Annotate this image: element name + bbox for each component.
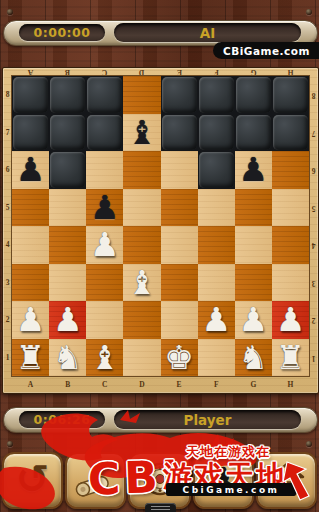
undo-arrow-icon: ↺ — [16, 456, 50, 502]
square-f6[interactable] — [198, 151, 235, 189]
file-labels-top: ABCDEFGH — [12, 68, 309, 76]
square-d2[interactable] — [123, 301, 160, 339]
square-e2[interactable] — [161, 301, 198, 339]
file-label-bottom-f: F — [198, 376, 235, 392]
rank-label-right-1: 1 — [309, 339, 318, 377]
white-rook-h1[interactable]: ♜ — [276, 341, 306, 374]
home-button[interactable] — [256, 452, 317, 509]
player-timer: 0:06:26 — [19, 411, 105, 428]
opponent-timer: 0:00:00 — [19, 24, 105, 41]
square-c2[interactable] — [86, 301, 123, 339]
moves-scroll-button[interactable] — [65, 452, 126, 509]
file-labels-bottom: ABCDEFGH — [12, 376, 309, 392]
square-b4[interactable] — [49, 226, 86, 264]
square-a8[interactable] — [12, 76, 49, 114]
square-d1[interactable] — [123, 339, 160, 377]
square-f4[interactable] — [198, 226, 235, 264]
square-e1[interactable]: ♚ — [161, 339, 198, 377]
cbigame-badge-text: CBiGame.com — [223, 45, 310, 57]
player-clock-bar: 0:06:26 Player — [3, 407, 318, 433]
square-e7[interactable] — [161, 114, 198, 152]
white-bishop-d3[interactable]: ♝ — [127, 266, 157, 299]
square-h3[interactable] — [272, 264, 309, 302]
square-c4[interactable]: ♟ — [86, 226, 123, 264]
home-icon — [268, 462, 306, 500]
square-b5[interactable] — [49, 189, 86, 227]
menu-handle[interactable] — [145, 503, 176, 512]
square-d4[interactable] — [123, 226, 160, 264]
white-pawn-b2[interactable]: ♟ — [53, 303, 83, 336]
square-h8[interactable] — [272, 76, 309, 114]
square-d5[interactable] — [123, 189, 160, 227]
opponent-timer-value: 0:00:00 — [34, 25, 91, 40]
square-b8[interactable] — [49, 76, 86, 114]
white-pawn-h2[interactable]: ♟ — [276, 303, 306, 336]
square-e4[interactable] — [161, 226, 198, 264]
board-grid: ♝♟♟♟♟♝♟♟♟♟♟♜♞♝♚♞♜ — [12, 76, 309, 376]
white-king-e1[interactable]: ♚ — [164, 341, 194, 374]
square-h6[interactable] — [272, 151, 309, 189]
square-g6[interactable]: ♟ — [235, 151, 272, 189]
square-h4[interactable] — [272, 226, 309, 264]
square-e6[interactable] — [161, 151, 198, 189]
square-b3[interactable] — [49, 264, 86, 302]
square-g4[interactable] — [235, 226, 272, 264]
file-label-bottom-a: A — [12, 376, 49, 392]
square-f5[interactable] — [198, 189, 235, 227]
square-e5[interactable] — [161, 189, 198, 227]
rank-labels-right: 87654321 — [309, 76, 318, 376]
screw-icon — [306, 441, 312, 447]
rank-label-right-4: 4 — [309, 226, 318, 264]
rank-label-left-3: 3 — [3, 264, 12, 302]
rank-label-left-8: 8 — [3, 76, 12, 114]
rank-label-left-6: 6 — [3, 151, 12, 189]
roulette-wheel-icon — [142, 461, 178, 501]
rank-label-right-3: 3 — [309, 264, 318, 302]
file-label-bottom-c: C — [86, 376, 123, 392]
square-h7[interactable] — [272, 114, 309, 152]
square-e8[interactable] — [161, 76, 198, 114]
white-knight-g1[interactable]: ♞ — [239, 341, 269, 374]
rank-label-right-8: 8 — [309, 76, 318, 114]
black-bishop-d7[interactable]: ♝ — [127, 116, 157, 149]
scroll-icon — [67, 467, 116, 509]
file-label-bottom-h: H — [272, 376, 309, 392]
file-label-bottom-e: E — [161, 376, 198, 392]
square-c8[interactable] — [86, 76, 123, 114]
rank-labels-left: 87654321 — [3, 76, 12, 376]
square-d8[interactable] — [123, 76, 160, 114]
player-name-display: Player — [114, 410, 301, 429]
white-pawn-a2[interactable]: ♟ — [16, 303, 46, 336]
square-a7[interactable] — [12, 114, 49, 152]
screw-icon — [7, 441, 13, 447]
player-name: Player — [184, 412, 232, 428]
rank-label-right-6: 6 — [309, 151, 318, 189]
cbigame-watermark-badge: CBiGame.com — [213, 42, 319, 59]
white-pawn-f2[interactable]: ♟ — [201, 303, 231, 336]
rank-label-left-1: 1 — [3, 339, 12, 377]
rank-label-left-2: 2 — [3, 301, 12, 339]
square-c1[interactable]: ♝ — [86, 339, 123, 377]
square-d6[interactable] — [123, 151, 160, 189]
square-f1[interactable] — [198, 339, 235, 377]
square-g3[interactable] — [235, 264, 272, 302]
square-b1[interactable]: ♞ — [49, 339, 86, 377]
square-f7[interactable] — [198, 114, 235, 152]
square-h2[interactable]: ♟ — [272, 301, 309, 339]
rank-label-left-4: 4 — [3, 226, 12, 264]
square-h1[interactable]: ♜ — [272, 339, 309, 377]
square-c6[interactable] — [86, 151, 123, 189]
rank-label-right-7: 7 — [309, 114, 318, 152]
square-h5[interactable] — [272, 189, 309, 227]
file-label-bottom-b: B — [49, 376, 86, 392]
square-f3[interactable] — [198, 264, 235, 302]
square-d7[interactable]: ♝ — [123, 114, 160, 152]
white-rook-a1[interactable]: ♜ — [16, 341, 46, 374]
white-knight-b1[interactable]: ♞ — [53, 341, 83, 374]
undo-button[interactable]: ↺ — [2, 452, 63, 509]
square-b2[interactable]: ♟ — [49, 301, 86, 339]
pieces-button[interactable]: ♟ — [193, 452, 254, 509]
game-wheel-button[interactable] — [128, 452, 191, 509]
square-d3[interactable]: ♝ — [123, 264, 160, 302]
screw-icon — [306, 9, 312, 15]
chess-app-screen: 0:00:00 AI CBiGame.com ABCDEFGH 87654321… — [0, 0, 319, 512]
white-pawn-c4[interactable]: ♟ — [90, 228, 120, 261]
square-g5[interactable] — [235, 189, 272, 227]
square-a3[interactable] — [12, 264, 49, 302]
file-label-bottom-d: D — [123, 376, 160, 392]
square-g1[interactable]: ♞ — [235, 339, 272, 377]
chess-board: ABCDEFGH 87654321 87654321 ♝♟♟♟♟♝♟♟♟♟♟♜♞… — [2, 67, 319, 394]
player-timer-value: 0:06:26 — [34, 412, 91, 427]
rank-label-right-5: 5 — [309, 189, 318, 227]
square-f8[interactable] — [198, 76, 235, 114]
square-g2[interactable]: ♟ — [235, 301, 272, 339]
square-e3[interactable] — [161, 264, 198, 302]
opponent-name-display: AI — [114, 23, 301, 42]
black-pawn-icon: ♟ — [207, 460, 239, 501]
square-a1[interactable]: ♜ — [12, 339, 49, 377]
square-g8[interactable] — [235, 76, 272, 114]
square-b6[interactable] — [49, 151, 86, 189]
opponent-name: AI — [200, 25, 215, 41]
square-c3[interactable] — [86, 264, 123, 302]
rank-label-right-2: 2 — [309, 301, 318, 339]
square-c5[interactable]: ♟ — [86, 189, 123, 227]
square-a6[interactable]: ♟ — [12, 151, 49, 189]
black-pawn-a6[interactable]: ♟ — [16, 153, 46, 186]
rank-label-left-5: 5 — [3, 189, 12, 227]
rank-label-left-7: 7 — [3, 114, 12, 152]
square-c7[interactable] — [86, 114, 123, 152]
square-a2[interactable]: ♟ — [12, 301, 49, 339]
square-b7[interactable] — [49, 114, 86, 152]
file-label-bottom-g: G — [235, 376, 272, 392]
square-a4[interactable] — [12, 226, 49, 264]
black-pawn-g6[interactable]: ♟ — [239, 153, 269, 186]
white-bishop-c1[interactable]: ♝ — [90, 341, 120, 374]
black-pawn-c5[interactable]: ♟ — [90, 191, 120, 224]
white-pawn-g2[interactable]: ♟ — [239, 303, 269, 336]
square-g7[interactable] — [235, 114, 272, 152]
square-a5[interactable] — [12, 189, 49, 227]
screw-icon — [7, 9, 13, 15]
square-f2[interactable]: ♟ — [198, 301, 235, 339]
